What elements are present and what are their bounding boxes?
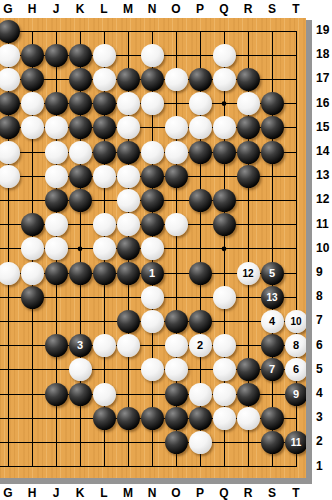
black-stone-S3 <box>261 407 284 430</box>
black-stone-L16 <box>93 92 116 115</box>
black-stone-M7 <box>117 310 140 333</box>
black-stone-Q12 <box>213 189 236 212</box>
black-stone-K17 <box>69 68 92 91</box>
black-stone-R15 <box>237 116 260 139</box>
black-stone-M17 <box>117 68 140 91</box>
row-label-5: 5 <box>316 362 323 376</box>
row-label-19: 19 <box>316 23 329 37</box>
white-stone-H16 <box>21 92 44 115</box>
row-label-14: 14 <box>316 144 329 158</box>
row-label-8: 8 <box>316 289 323 303</box>
row-label-10: 10 <box>316 241 329 255</box>
white-stone-Q6 <box>213 334 236 357</box>
column-label-T: T <box>284 1 308 17</box>
black-stone-N12 <box>141 189 164 212</box>
black-stone-L14 <box>93 141 116 164</box>
row-label-2: 2 <box>316 434 323 448</box>
white-stone-L18 <box>93 44 116 67</box>
black-stone-J6 <box>45 334 68 357</box>
black-stone-K12 <box>69 189 92 212</box>
black-stone-O2 <box>165 431 188 454</box>
black-stone-R17 <box>237 68 260 91</box>
move-8-white-stone-T6: 8 <box>285 334 308 357</box>
white-stone-P16 <box>189 92 212 115</box>
black-stone-S15 <box>261 116 284 139</box>
column-label-G: G <box>0 1 20 17</box>
white-stone-M12 <box>117 189 140 212</box>
black-stone-R14 <box>237 141 260 164</box>
black-stone-N13 <box>141 165 164 188</box>
black-stone-L9 <box>93 262 116 285</box>
black-stone-L3 <box>93 407 116 430</box>
column-label-N: N <box>140 485 164 500</box>
black-stone-O3 <box>165 407 188 430</box>
white-stone-L4 <box>93 383 116 406</box>
move-7-black-stone-S5: 7 <box>261 358 284 381</box>
black-stone-K4 <box>69 383 92 406</box>
row-label-15: 15 <box>316 120 329 134</box>
white-stone-J10 <box>45 237 68 260</box>
white-stone-J11 <box>45 213 68 236</box>
black-stone-H18 <box>21 44 44 67</box>
row-label-9: 9 <box>316 265 323 279</box>
row-label-16: 16 <box>316 96 329 110</box>
black-stone-M14 <box>117 141 140 164</box>
black-stone-S2 <box>261 431 284 454</box>
white-stone-O17 <box>165 68 188 91</box>
white-stone-H15 <box>21 116 44 139</box>
white-stone-K14 <box>69 141 92 164</box>
white-stone-O14 <box>165 141 188 164</box>
black-stone-O7 <box>165 310 188 333</box>
move-2-white-stone-P6: 2 <box>189 334 212 357</box>
black-stone-K9 <box>69 262 92 285</box>
black-stone-H8 <box>21 286 44 309</box>
row-label-13: 13 <box>316 168 329 182</box>
black-stone-K15 <box>69 116 92 139</box>
black-stone-K13 <box>69 165 92 188</box>
white-stone-N10 <box>141 237 164 260</box>
black-stone-M10 <box>117 237 140 260</box>
black-stone-O4 <box>165 383 188 406</box>
move-6-white-stone-T5: 6 <box>285 358 308 381</box>
move-3-black-stone-K6: 3 <box>69 334 92 357</box>
move-11-black-stone-T2: 11 <box>285 431 308 454</box>
board-edge-shadow-right <box>306 20 312 484</box>
white-stone-K5 <box>69 358 92 381</box>
black-stone-G19 <box>0 20 20 43</box>
column-label-J: J <box>44 485 68 500</box>
white-stone-Q18 <box>213 44 236 67</box>
column-label-H: H <box>20 1 44 17</box>
white-stone-J13 <box>45 165 68 188</box>
white-stone-L10 <box>93 237 116 260</box>
column-label-Q: Q <box>212 485 236 500</box>
bottom-coordinates: GHJKLMNOPQRST <box>0 485 332 500</box>
black-stone-P9 <box>189 262 212 285</box>
white-stone-H10 <box>21 237 44 260</box>
white-stone-L11 <box>93 213 116 236</box>
column-label-K: K <box>68 1 92 17</box>
column-label-Q: Q <box>212 1 236 17</box>
black-stone-M9 <box>117 262 140 285</box>
black-stone-S16 <box>261 92 284 115</box>
column-label-O: O <box>164 1 188 17</box>
white-stone-J15 <box>45 116 68 139</box>
black-stone-J4 <box>45 383 68 406</box>
black-stone-R13 <box>237 165 260 188</box>
move-1-black-stone-N9: 1 <box>141 262 164 285</box>
row-label-11: 11 <box>316 217 329 231</box>
white-stone-Q3 <box>213 407 236 430</box>
black-stone-N11 <box>141 213 164 236</box>
column-label-G: G <box>0 485 20 500</box>
black-stone-K18 <box>69 44 92 67</box>
black-stone-G16 <box>0 92 20 115</box>
black-stone-N3 <box>141 407 164 430</box>
black-stone-N17 <box>141 68 164 91</box>
row-label-4: 4 <box>316 386 323 400</box>
white-stone-P15 <box>189 116 212 139</box>
column-label-H: H <box>20 485 44 500</box>
board-edge-shadow-bottom <box>0 478 312 484</box>
white-stone-Q15 <box>213 116 236 139</box>
column-label-S: S <box>260 485 284 500</box>
black-stone-S6 <box>261 334 284 357</box>
white-stone-M11 <box>117 213 140 236</box>
black-stone-Q14 <box>213 141 236 164</box>
row-label-6: 6 <box>316 338 323 352</box>
column-label-L: L <box>92 485 116 500</box>
column-label-K: K <box>68 485 92 500</box>
move-4-white-stone-S7: 4 <box>261 310 284 333</box>
column-label-R: R <box>236 485 260 500</box>
white-stone-N14 <box>141 141 164 164</box>
white-stone-M6 <box>117 334 140 357</box>
white-stone-M16 <box>117 92 140 115</box>
white-stone-M13 <box>117 165 140 188</box>
row-label-1: 1 <box>316 459 323 473</box>
black-stone-J16 <box>45 92 68 115</box>
row-label-12: 12 <box>316 192 329 206</box>
black-stone-J9 <box>45 262 68 285</box>
white-stone-Q4 <box>213 383 236 406</box>
black-stone-H17 <box>21 68 44 91</box>
white-stone-R16 <box>237 92 260 115</box>
black-stone-J18 <box>45 44 68 67</box>
row-label-18: 18 <box>316 47 329 61</box>
top-coordinates: GHJKLMNOPQRST <box>0 1 332 17</box>
black-stone-P14 <box>189 141 212 164</box>
column-label-T: T <box>284 485 308 500</box>
white-stone-N7 <box>141 310 164 333</box>
white-stone-Q5 <box>213 358 236 381</box>
white-stone-N8 <box>141 286 164 309</box>
white-stone-O5 <box>165 358 188 381</box>
move-12-white-stone-R9: 12 <box>237 262 260 285</box>
white-stone-G9 <box>0 262 20 285</box>
column-label-P: P <box>188 485 212 500</box>
row-label-17: 17 <box>316 71 329 85</box>
black-stone-P7 <box>189 310 212 333</box>
white-stone-M15 <box>117 116 140 139</box>
black-stone-L15 <box>93 116 116 139</box>
white-stone-N5 <box>141 358 164 381</box>
column-label-L: L <box>92 1 116 17</box>
white-stone-G13 <box>0 165 20 188</box>
white-stone-O6 <box>165 334 188 357</box>
black-stone-K16 <box>69 92 92 115</box>
white-stone-Q17 <box>213 68 236 91</box>
black-stone-R4 <box>237 383 260 406</box>
black-stone-M3 <box>117 407 140 430</box>
white-stone-L17 <box>93 68 116 91</box>
column-label-O: O <box>164 485 188 500</box>
go-board[interactable]: 15133791112410286 <box>0 18 306 478</box>
white-stone-H9 <box>21 262 44 285</box>
move-5-black-stone-S9: 5 <box>261 262 284 285</box>
black-stone-R5 <box>237 358 260 381</box>
column-label-P: P <box>188 1 212 17</box>
white-stone-G18 <box>0 44 20 67</box>
black-stone-O13 <box>165 165 188 188</box>
row-label-7: 7 <box>316 313 323 327</box>
white-stone-P2 <box>189 431 212 454</box>
column-label-S: S <box>260 1 284 17</box>
black-stone-P3 <box>189 407 212 430</box>
column-label-M: M <box>116 1 140 17</box>
white-stone-O11 <box>165 213 188 236</box>
move-9-black-stone-T4: 9 <box>285 383 308 406</box>
white-stone-N18 <box>141 44 164 67</box>
black-stone-Q11 <box>213 213 236 236</box>
move-13-black-stone-S8: 13 <box>261 286 284 309</box>
column-label-R: R <box>236 1 260 17</box>
white-stone-N16 <box>141 92 164 115</box>
white-stone-J14 <box>45 141 68 164</box>
white-stone-O15 <box>165 116 188 139</box>
column-label-N: N <box>140 1 164 17</box>
white-stone-L13 <box>93 165 116 188</box>
black-stone-J12 <box>45 189 68 212</box>
black-stone-P17 <box>189 68 212 91</box>
white-stone-R3 <box>237 407 260 430</box>
go-diagram-screen: GHJKLMNOPQRST 15133791112410286 19181716… <box>0 0 332 500</box>
black-stone-S14 <box>261 141 284 164</box>
column-label-M: M <box>116 485 140 500</box>
row-label-3: 3 <box>316 410 323 424</box>
black-stone-P12 <box>189 189 212 212</box>
white-stone-P4 <box>189 383 212 406</box>
move-10-white-stone-T7: 10 <box>285 310 308 333</box>
column-label-J: J <box>44 1 68 17</box>
white-stone-Q8 <box>213 286 236 309</box>
black-stone-H11 <box>21 213 44 236</box>
white-stone-L6 <box>93 334 116 357</box>
white-stone-G17 <box>0 68 20 91</box>
white-stone-G14 <box>0 141 20 164</box>
